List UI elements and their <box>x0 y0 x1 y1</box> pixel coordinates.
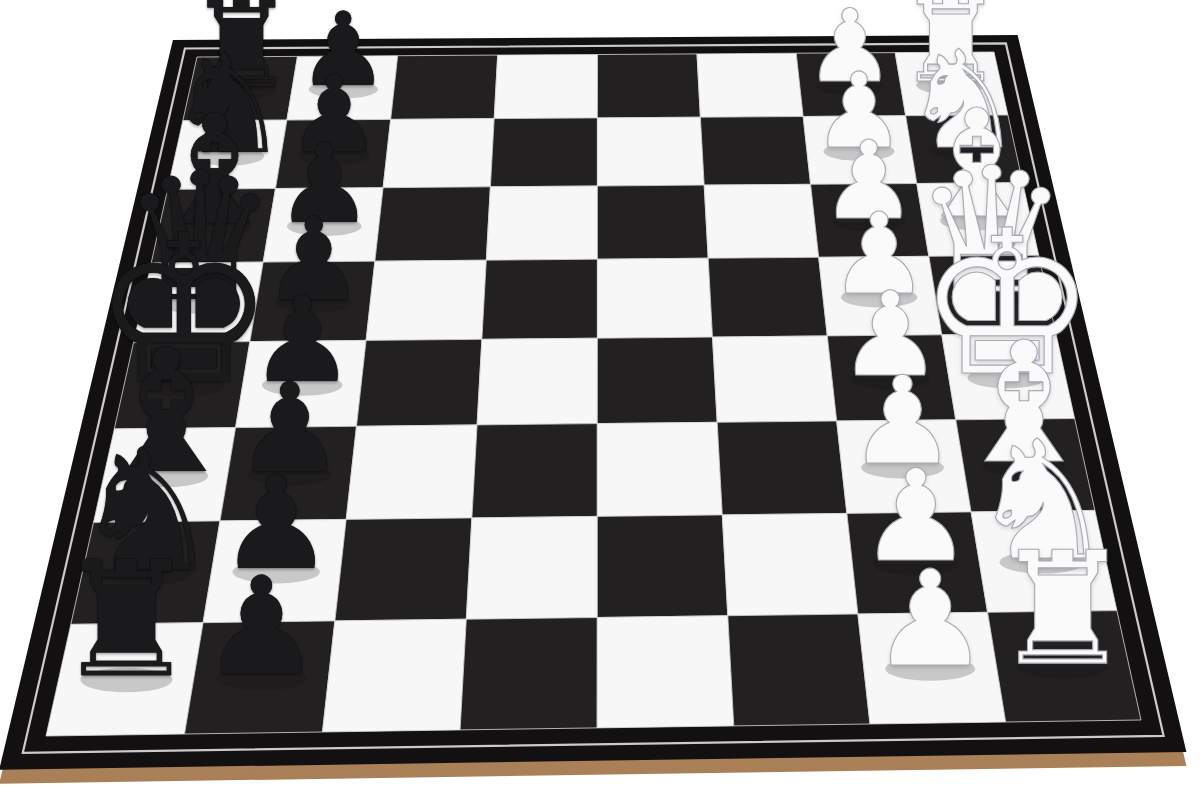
square-h5[interactable] <box>494 55 597 119</box>
square-g5[interactable] <box>490 118 597 187</box>
square-h4[interactable] <box>597 54 700 118</box>
square-b5[interactable] <box>466 516 597 619</box>
piece-black-pawn-a7[interactable]: ♟ <box>201 560 322 695</box>
piece-white-pawn-a2[interactable]: ♟ <box>871 553 990 686</box>
square-g3[interactable] <box>700 117 810 186</box>
square-b4[interactable] <box>597 515 728 618</box>
square-b3[interactable] <box>722 513 858 615</box>
square-d4[interactable] <box>597 337 717 424</box>
square-c3[interactable] <box>717 421 847 515</box>
square-f6[interactable] <box>375 187 491 261</box>
square-f5[interactable] <box>486 186 597 260</box>
square-g6[interactable] <box>383 119 494 188</box>
square-f4[interactable] <box>597 185 708 259</box>
square-d6[interactable] <box>357 339 482 426</box>
square-e5[interactable] <box>482 259 598 339</box>
square-a3[interactable] <box>728 614 870 726</box>
square-g4[interactable] <box>597 117 704 186</box>
square-e6[interactable] <box>366 260 486 340</box>
square-h3[interactable] <box>697 53 803 117</box>
square-b6[interactable] <box>335 518 472 621</box>
square-c6[interactable] <box>346 425 477 520</box>
piece-white-rook-a1[interactable]: ♜ <box>993 531 1133 687</box>
square-c4[interactable] <box>597 422 722 516</box>
square-c5[interactable] <box>472 424 597 518</box>
square-f3[interactable] <box>704 184 819 258</box>
piece-black-rook-a8[interactable]: ♜ <box>55 541 198 701</box>
square-e4[interactable] <box>597 258 712 338</box>
square-d3[interactable] <box>713 336 837 422</box>
square-h6[interactable] <box>391 55 498 119</box>
square-d5[interactable] <box>477 338 597 425</box>
square-e3[interactable] <box>708 257 827 337</box>
chessboard-photo: ♜♞♝♛♚♝♞♜♟♟♟♟♟♟♟♟♟♟♟♟♟♟♟♟♜♞♝♛♚♝♞♜ <box>0 0 1200 790</box>
square-a6[interactable] <box>323 619 467 732</box>
square-a4[interactable] <box>597 616 734 728</box>
square-a5[interactable] <box>460 618 597 730</box>
